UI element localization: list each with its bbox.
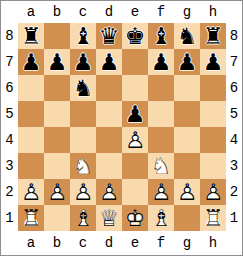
black-bishop: ♝ [148, 23, 174, 49]
file-label-d-top: d [96, 1, 122, 23]
black-pawn: ♟ [174, 49, 200, 75]
black-pawn: ♟ [148, 49, 174, 75]
square-e8[interactable]: ♚ [122, 23, 148, 49]
white-rook: ♖ [18, 205, 44, 231]
file-label-a-bottom: a [18, 231, 44, 255]
square-g7[interactable]: ♟ [174, 49, 200, 75]
rank-label-8-left: 8 [1, 23, 18, 49]
black-pawn: ♟ [122, 101, 148, 127]
file-label-f-top: f [148, 1, 174, 23]
square-g5[interactable] [174, 101, 200, 127]
square-f5[interactable] [148, 101, 174, 127]
black-pawn: ♟ [18, 49, 44, 75]
white-pawn-fill: ♟ [122, 127, 148, 153]
rank-label-6-left: 6 [1, 75, 18, 101]
square-d7[interactable]: ♟ [96, 49, 122, 75]
black-queen: ♛ [96, 23, 122, 49]
square-e6[interactable] [122, 75, 148, 101]
square-d4[interactable] [96, 127, 122, 153]
white-knight-fill: ♞ [70, 153, 96, 179]
file-label-h-top: h [200, 1, 226, 23]
square-b7[interactable]: ♟ [44, 49, 70, 75]
white-pawn: ♙ [174, 179, 200, 205]
file-label-f-bottom: f [148, 231, 174, 255]
white-king-fill: ♚ [122, 205, 148, 231]
white-pawn: ♙ [96, 179, 122, 205]
white-pawn-fill: ♟ [96, 179, 122, 205]
white-rook-fill: ♟ [200, 205, 226, 231]
square-c5[interactable] [70, 101, 96, 127]
white-rook: ♖ [200, 205, 226, 231]
rank-label-4-right: 4 [226, 127, 242, 153]
square-b3[interactable] [44, 153, 70, 179]
square-d5[interactable] [96, 101, 122, 127]
square-c6[interactable]: ♞ [70, 75, 96, 101]
white-pawn-fill: ♟ [174, 179, 200, 205]
square-c3[interactable]: ♞♘ [70, 153, 96, 179]
black-pawn: ♟ [96, 49, 122, 75]
board-corner-spacer [1, 231, 18, 255]
square-d3[interactable] [96, 153, 122, 179]
file-label-c-top: c [70, 1, 96, 23]
square-g1[interactable] [174, 205, 200, 231]
square-h4[interactable] [200, 127, 226, 153]
white-bishop-fill: ♝ [70, 205, 96, 231]
square-b2[interactable]: ♟♙ [44, 179, 70, 205]
square-g2[interactable]: ♟♙ [174, 179, 200, 205]
black-pawn: ♟ [200, 49, 226, 75]
square-h6[interactable] [200, 75, 226, 101]
square-f2[interactable]: ♟♙ [148, 179, 174, 205]
board-corner-spacer [226, 1, 242, 23]
square-d1[interactable]: ♛♕ [96, 205, 122, 231]
black-pawn: ♟ [44, 49, 70, 75]
black-rook: ♜ [200, 23, 226, 49]
square-g6[interactable] [174, 75, 200, 101]
file-label-g-top: g [174, 1, 200, 23]
rank-label-7-right: 7 [226, 49, 242, 75]
chess-diagram: abcdefgh8♜♝♛♚♝♞♜87♟♟♟♟♟♟♟76♞65♟54♟♙43♞♘♞… [0, 0, 243, 256]
square-c8[interactable]: ♝ [70, 23, 96, 49]
square-c2[interactable]: ♟♙ [70, 179, 96, 205]
black-knight: ♞ [70, 75, 96, 101]
square-a5[interactable] [18, 101, 44, 127]
rank-label-3-right: 3 [226, 153, 242, 179]
white-pawn: ♙ [18, 179, 44, 205]
square-a4[interactable] [18, 127, 44, 153]
square-b1[interactable] [44, 205, 70, 231]
square-d6[interactable] [96, 75, 122, 101]
file-label-h-bottom: h [200, 231, 226, 255]
square-g4[interactable] [174, 127, 200, 153]
white-knight-fill: ♞ [148, 153, 174, 179]
square-b4[interactable] [44, 127, 70, 153]
white-pawn: ♙ [122, 127, 148, 153]
white-pawn: ♙ [44, 179, 70, 205]
square-a1[interactable]: ♟♖ [18, 205, 44, 231]
white-knight: ♘ [148, 153, 174, 179]
square-g3[interactable] [174, 153, 200, 179]
square-a6[interactable] [18, 75, 44, 101]
square-d8[interactable]: ♛ [96, 23, 122, 49]
rank-label-8-right: 8 [226, 23, 242, 49]
white-pawn-fill: ♟ [18, 179, 44, 205]
square-f1[interactable]: ♝♗ [148, 205, 174, 231]
white-pawn-fill: ♟ [70, 179, 96, 205]
black-king: ♚ [122, 23, 148, 49]
file-label-g-bottom: g [174, 231, 200, 255]
file-label-d-bottom: d [96, 231, 122, 255]
square-b5[interactable] [44, 101, 70, 127]
rank-label-6-right: 6 [226, 75, 242, 101]
board-corner-spacer [1, 1, 18, 23]
rank-label-5-left: 5 [1, 101, 18, 127]
square-a8[interactable]: ♜ [18, 23, 44, 49]
rank-label-2-left: 2 [1, 179, 18, 205]
square-a3[interactable] [18, 153, 44, 179]
square-g8[interactable]: ♞ [174, 23, 200, 49]
square-h8[interactable]: ♜ [200, 23, 226, 49]
white-knight: ♘ [70, 153, 96, 179]
square-d2[interactable]: ♟♙ [96, 179, 122, 205]
square-c1[interactable]: ♝♗ [70, 205, 96, 231]
square-h2[interactable]: ♟♙ [200, 179, 226, 205]
square-h7[interactable]: ♟ [200, 49, 226, 75]
square-a7[interactable]: ♟ [18, 49, 44, 75]
file-label-b-top: b [44, 1, 70, 23]
square-f7[interactable]: ♟ [148, 49, 174, 75]
black-rook: ♜ [18, 23, 44, 49]
white-pawn-fill: ♟ [200, 179, 226, 205]
rank-label-3-left: 3 [1, 153, 18, 179]
black-pawn: ♟ [70, 49, 96, 75]
chess-board: abcdefgh8♜♝♛♚♝♞♜87♟♟♟♟♟♟♟76♞65♟54♟♙43♞♘♞… [1, 1, 242, 255]
square-f6[interactable] [148, 75, 174, 101]
square-e5[interactable]: ♟ [122, 101, 148, 127]
white-pawn: ♙ [148, 179, 174, 205]
white-pawn-fill: ♟ [44, 179, 70, 205]
white-bishop: ♗ [70, 205, 96, 231]
black-knight: ♞ [174, 23, 200, 49]
square-b8[interactable] [44, 23, 70, 49]
square-h3[interactable] [200, 153, 226, 179]
square-b6[interactable] [44, 75, 70, 101]
rank-label-4-left: 4 [1, 127, 18, 153]
file-label-e-top: e [122, 1, 148, 23]
rank-label-1-left: 1 [1, 205, 18, 231]
square-e3[interactable] [122, 153, 148, 179]
square-e7[interactable] [122, 49, 148, 75]
square-e2[interactable] [122, 179, 148, 205]
white-pawn: ♙ [70, 179, 96, 205]
square-c7[interactable]: ♟ [70, 49, 96, 75]
square-h5[interactable] [200, 101, 226, 127]
file-label-e-bottom: e [122, 231, 148, 255]
square-f8[interactable]: ♝ [148, 23, 174, 49]
square-e4[interactable]: ♟♙ [122, 127, 148, 153]
rank-label-7-left: 7 [1, 49, 18, 75]
white-rook-fill: ♟ [18, 205, 44, 231]
white-bishop: ♗ [148, 205, 174, 231]
file-label-c-bottom: c [70, 231, 96, 255]
white-pawn: ♙ [200, 179, 226, 205]
black-bishop: ♝ [70, 23, 96, 49]
white-queen-fill: ♛ [96, 205, 122, 231]
file-label-b-bottom: b [44, 231, 70, 255]
square-a2[interactable]: ♟♙ [18, 179, 44, 205]
white-bishop-fill: ♝ [148, 205, 174, 231]
rank-label-1-right: 1 [226, 205, 242, 231]
file-label-a-top: a [18, 1, 44, 23]
square-h1[interactable]: ♟♖ [200, 205, 226, 231]
white-pawn-fill: ♟ [148, 179, 174, 205]
square-f4[interactable] [148, 127, 174, 153]
rank-label-2-right: 2 [226, 179, 242, 205]
white-king: ♔ [122, 205, 148, 231]
white-queen: ♕ [96, 205, 122, 231]
board-corner-spacer [226, 231, 242, 255]
square-e1[interactable]: ♚♔ [122, 205, 148, 231]
square-f3[interactable]: ♞♘ [148, 153, 174, 179]
rank-label-5-right: 5 [226, 101, 242, 127]
square-c4[interactable] [70, 127, 96, 153]
